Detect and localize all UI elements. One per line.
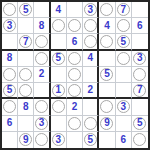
puzzle-stage: 54373846765854325512782363959356 (0, 0, 150, 150)
given-digit: 5 (137, 118, 143, 128)
cell-r9c3[interactable] (34, 132, 50, 148)
odd-marker-circle (19, 68, 32, 81)
odd-marker-circle: 5 (52, 52, 65, 65)
given-digit: 5 (7, 85, 13, 95)
odd-marker-circle: 5 (117, 35, 130, 48)
cell-r5c2[interactable] (18, 67, 34, 83)
cell-r3c9[interactable] (132, 34, 148, 50)
cell-r9c1[interactable] (2, 132, 18, 148)
given-digit: 5 (87, 135, 93, 145)
cell-r3c5[interactable]: 6 (67, 34, 83, 50)
odd-marker-circle: 3 (84, 3, 97, 16)
cell-r8c4[interactable] (51, 116, 67, 132)
cell-r4c6[interactable]: 4 (83, 51, 99, 67)
odd-marker-circle: 5 (19, 3, 32, 16)
cell-r8c6[interactable] (83, 116, 99, 132)
cell-r6c5[interactable] (67, 83, 83, 99)
odd-marker-circle: 5 (84, 133, 97, 146)
odd-marker-circle: 7 (133, 84, 146, 97)
given-digit: 7 (23, 37, 29, 47)
given-digit: 7 (120, 5, 126, 15)
cell-r2c1[interactable]: 3 (2, 18, 18, 34)
given-digit: 9 (104, 118, 110, 128)
cell-r9c9[interactable] (132, 132, 148, 148)
odd-marker-circle: 9 (100, 117, 113, 130)
cell-r5c8[interactable] (116, 67, 132, 83)
odd-marker-circle (35, 35, 48, 48)
cell-r5c9[interactable] (132, 67, 148, 83)
odd-marker-circle (133, 68, 146, 81)
given-digit: 8 (7, 53, 13, 63)
given-digit: 3 (137, 53, 143, 63)
odd-marker-circle (117, 19, 130, 32)
cell-r3c1[interactable] (2, 34, 18, 50)
odd-marker-circle (84, 19, 97, 32)
cell-r1c6[interactable]: 3 (83, 2, 99, 18)
cell-r1c3[interactable] (34, 2, 50, 18)
cell-r9c5[interactable] (67, 132, 83, 148)
cell-r9c7[interactable] (99, 132, 115, 148)
cell-r4c2[interactable] (18, 51, 34, 67)
cell-r9c2[interactable]: 9 (18, 132, 34, 148)
cell-r2c2[interactable] (18, 18, 34, 34)
cell-r5c6[interactable] (83, 67, 99, 83)
cell-r4c9[interactable]: 3 (132, 51, 148, 67)
odd-marker-circle (68, 19, 81, 32)
cell-r9c6[interactable]: 5 (83, 132, 99, 148)
cell-r2c5[interactable] (67, 18, 83, 34)
odd-marker-circle (100, 3, 113, 16)
odd-marker-circle: 9 (19, 133, 32, 146)
given-digit: 5 (104, 69, 110, 79)
cell-r7c4[interactable] (51, 99, 67, 115)
given-digit: 5 (120, 37, 126, 47)
given-digit: 9 (23, 135, 29, 145)
cell-r2c3[interactable]: 8 (34, 18, 50, 34)
cell-r8c3[interactable]: 3 (34, 116, 50, 132)
cell-r2c6[interactable] (83, 18, 99, 34)
given-digit: 3 (87, 5, 93, 15)
given-digit: 3 (120, 102, 126, 112)
cell-r3c4[interactable] (51, 34, 67, 50)
cell-r3c8[interactable]: 5 (116, 34, 132, 50)
cell-r6c7[interactable] (99, 83, 115, 99)
cell-r6c1[interactable]: 5 (2, 83, 18, 99)
cell-r1c7[interactable] (99, 2, 115, 18)
cell-r8c7[interactable]: 9 (99, 116, 115, 132)
given-digit: 3 (39, 118, 45, 128)
cell-r2c8[interactable] (116, 18, 132, 34)
given-digit: 6 (7, 118, 13, 128)
odd-marker-circle (3, 3, 16, 16)
odd-marker-circle: 7 (117, 3, 130, 16)
sudoku-board: 54373846765854325512782363959356 (0, 0, 150, 150)
cell-r4c1[interactable]: 8 (2, 51, 18, 67)
given-digit: 6 (137, 21, 143, 31)
cell-r9c8[interactable]: 6 (116, 132, 132, 148)
cell-r7c6[interactable] (83, 99, 99, 115)
odd-marker-circle (52, 19, 65, 32)
odd-marker-circle (68, 117, 81, 130)
cell-r7c1[interactable] (2, 99, 18, 115)
cell-r5c3[interactable]: 2 (34, 67, 50, 83)
odd-marker-circle (84, 35, 97, 48)
odd-marker-circle (68, 84, 81, 97)
cell-r7c3[interactable] (34, 99, 50, 115)
cell-r1c4[interactable]: 4 (51, 2, 67, 18)
odd-marker-circle (100, 100, 113, 113)
cell-r2c9[interactable]: 6 (132, 18, 148, 34)
odd-marker-circle: 3 (133, 52, 146, 65)
cell-r6c4[interactable]: 1 (51, 83, 67, 99)
cell-r7c9[interactable] (132, 99, 148, 115)
odd-marker-circle: 3 (35, 117, 48, 130)
odd-marker-circle (19, 84, 32, 97)
odd-marker-circle: 1 (52, 84, 65, 97)
cell-r8c8[interactable] (116, 116, 132, 132)
cell-r8c9[interactable]: 5 (132, 116, 148, 132)
given-digit: 7 (137, 85, 143, 95)
odd-marker-circle: 5 (133, 117, 146, 130)
cell-r7c2[interactable]: 8 (18, 99, 34, 115)
cell-r5c1[interactable] (2, 67, 18, 83)
cell-r8c5[interactable] (67, 116, 83, 132)
cell-r8c2[interactable] (18, 116, 34, 132)
odd-marker-circle (100, 35, 113, 48)
given-digit: 2 (87, 85, 93, 95)
cell-r6c3[interactable] (34, 83, 50, 99)
cell-r1c2[interactable]: 5 (18, 2, 34, 18)
odd-marker-circle: 5 (3, 84, 16, 97)
cell-r7c7[interactable] (99, 99, 115, 115)
given-digit: 4 (55, 5, 61, 15)
cell-r5c5[interactable] (67, 67, 83, 83)
cell-r6c9[interactable]: 7 (132, 83, 148, 99)
cell-r7c8[interactable]: 3 (116, 99, 132, 115)
cell-r2c4[interactable] (51, 18, 67, 34)
given-digit: 6 (72, 37, 78, 47)
cell-r1c8[interactable]: 7 (116, 2, 132, 18)
odd-marker-circle (35, 52, 48, 65)
cell-r1c9[interactable] (132, 2, 148, 18)
odd-marker-circle: 3 (52, 133, 65, 146)
odd-marker-circle (3, 100, 16, 113)
cell-r4c3[interactable] (34, 51, 50, 67)
cell-r6c2[interactable] (18, 83, 34, 99)
cell-r1c5[interactable] (67, 2, 83, 18)
given-digit: 1 (55, 85, 61, 95)
cell-r3c7[interactable] (99, 34, 115, 50)
odd-marker-circle (35, 133, 48, 146)
odd-marker-circle (35, 100, 48, 113)
given-digit: 8 (39, 21, 45, 31)
cell-r6c8[interactable] (116, 83, 132, 99)
cell-r3c3[interactable] (34, 34, 50, 50)
cell-r7c5[interactable]: 2 (67, 99, 83, 115)
cell-r8c1[interactable]: 6 (2, 116, 18, 132)
odd-marker-circle: 3 (3, 19, 16, 32)
cell-r1c1[interactable] (2, 2, 18, 18)
odd-marker-circle (84, 117, 97, 130)
cell-r9c4[interactable]: 3 (51, 132, 67, 148)
odd-marker-circle (117, 52, 130, 65)
given-digit: 3 (7, 21, 13, 31)
odd-marker-circle (68, 68, 81, 81)
cell-r3c2[interactable]: 7 (18, 34, 34, 50)
cell-r5c4[interactable] (51, 67, 67, 83)
odd-marker-circle (3, 68, 16, 81)
cell-r4c7[interactable] (99, 51, 115, 67)
given-digit: 2 (72, 102, 78, 112)
odd-marker-circle: 3 (117, 100, 130, 113)
cell-r3c6[interactable] (83, 34, 99, 50)
given-digit: 4 (104, 21, 110, 31)
cell-r6c6[interactable]: 2 (83, 83, 99, 99)
given-digit: 8 (23, 102, 29, 112)
given-digit: 6 (120, 135, 126, 145)
given-digit: 5 (55, 53, 61, 63)
odd-marker-circle: 5 (100, 68, 113, 81)
cell-r4c8[interactable] (116, 51, 132, 67)
given-digit: 4 (87, 53, 93, 63)
given-digit: 2 (39, 69, 45, 79)
odd-marker-circle (68, 52, 81, 65)
cell-r5c7[interactable]: 5 (99, 67, 115, 83)
given-digit: 5 (23, 5, 29, 15)
cell-r2c7[interactable]: 4 (99, 18, 115, 34)
odd-marker-circle (52, 100, 65, 113)
odd-marker-circle: 7 (19, 35, 32, 48)
odd-marker-circle (133, 133, 146, 146)
cell-r4c4[interactable]: 5 (51, 51, 67, 67)
cell-r4c5[interactable] (67, 51, 83, 67)
given-digit: 3 (55, 135, 61, 145)
